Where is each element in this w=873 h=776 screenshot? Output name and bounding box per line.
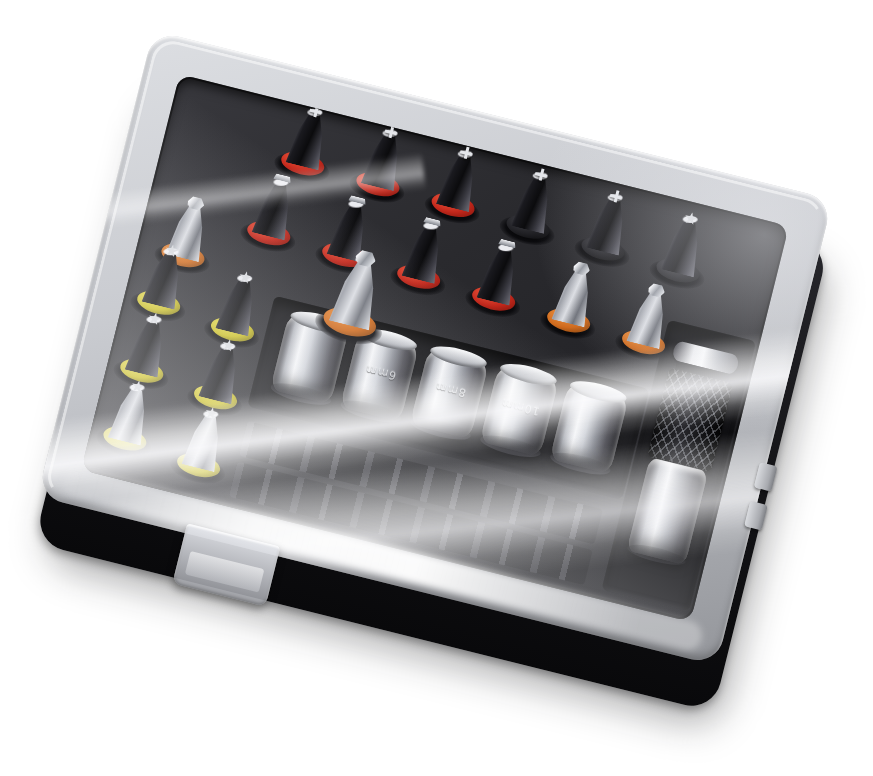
pozidriv-tip-icon (534, 167, 549, 182)
bit-torx (166, 403, 240, 489)
socket-size-stamp (562, 410, 622, 425)
pozidriv-tip-icon (459, 145, 474, 160)
bit-body (197, 344, 245, 405)
bit-body (328, 256, 387, 331)
bit-body (510, 173, 558, 234)
bit-body (401, 223, 449, 284)
bit-body (625, 288, 673, 349)
bit-body (107, 385, 155, 446)
phillips-tip-icon (384, 125, 399, 140)
bit-set-case: 6mm8mm10mm (37, 30, 832, 665)
bit-body (360, 130, 408, 191)
bit-phillips (270, 101, 344, 187)
socket-size-stamp: 6mm (349, 358, 412, 386)
bit-body (475, 245, 523, 306)
bit-body (141, 249, 189, 310)
bit-body (550, 267, 598, 328)
bit-torx (93, 376, 167, 462)
socket-size-stamp (282, 341, 342, 356)
bit-slotted (386, 215, 460, 301)
bit-body (435, 151, 483, 212)
bit-body (214, 276, 262, 337)
bit-body (251, 180, 299, 241)
socket-size-stamp: 10mm (489, 393, 552, 421)
bit-body (285, 110, 333, 171)
bit-phillips (571, 186, 645, 272)
bit-body (180, 411, 228, 472)
phillips-tip-icon (308, 104, 323, 119)
bit-hex (536, 258, 610, 344)
bit-slotted (237, 171, 311, 257)
bit-body (585, 195, 633, 256)
bit-pozidriv (421, 143, 495, 229)
product-photo-stage: 6mm8mm10mm (0, 0, 873, 776)
bit-torx (646, 208, 720, 294)
bit-body (660, 217, 708, 278)
socket-size-stamp: 8mm (419, 376, 482, 404)
bit-body (124, 317, 172, 378)
bit-slotted (461, 236, 535, 322)
bit-pozidriv (496, 165, 570, 251)
phillips-tip-icon (609, 189, 624, 204)
bit-phillips (346, 122, 420, 208)
